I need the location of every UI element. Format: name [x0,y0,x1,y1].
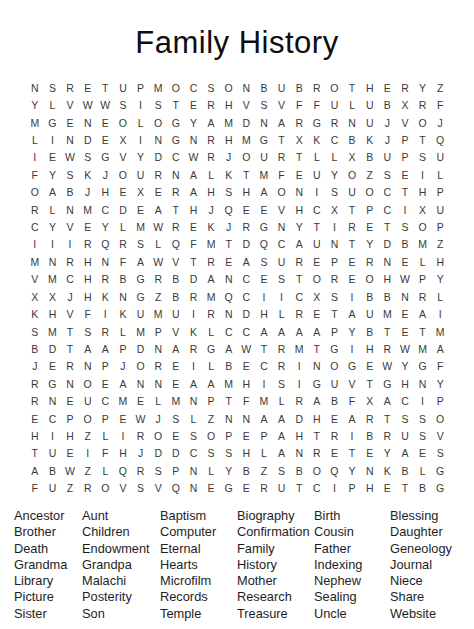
grid-cell-r9c2: Y [44,218,62,235]
grid-cell-r9c22: S [396,218,414,235]
grid-cell-r3c19: N [343,114,361,131]
word-item: Hearts [160,557,237,573]
grid-cell-r7c18: S [326,183,344,200]
grid-cell-r18c11: A [202,375,220,392]
grid-cell-r3c2: G [44,114,62,131]
grid-cell-r6c15: F [273,166,291,183]
grid-cell-r21c24: V [431,427,449,444]
grid-cell-r10c20: Y [361,236,379,253]
grid-cell-r19c3: E [61,392,79,409]
grid-cell-r18c14: I [255,375,273,392]
grid-cell-r6c14: M [255,166,273,183]
grid-cell-r3c4: N [79,114,97,131]
word-list: AncestorBrotherDeathGrandmaLibraryPictur… [14,508,466,622]
grid-cell-r17c4: N [79,358,97,375]
grid-cell-r23c2: B [44,462,62,479]
grid-cell-r1c19: T [343,79,361,96]
grid-cell-r8c4: M [79,201,97,218]
grid-cell-r12c3: C [61,271,79,288]
word-item: Website [390,606,466,622]
grid-cell-r19c18: B [326,392,344,409]
grid-cell-r15c24: M [431,323,449,340]
grid-cell-r16c8: N [149,340,167,357]
word-item: Uncle [314,606,390,622]
word-item: Blessing [390,508,466,524]
word-item: Aunt [82,508,160,524]
grid-cell-r12c9: B [167,271,185,288]
word-item: Treasure [237,606,314,622]
grid-cell-r3c5: E [97,114,115,131]
grid-cell-r2c6: S [114,96,132,113]
grid-cell-r17c10: I [185,358,203,375]
grid-cell-r18c16: I [290,375,308,392]
grid-cell-r8c17: C [308,201,326,218]
grid-cell-r15c20: B [361,323,379,340]
grid-cell-r9c17: T [308,218,326,235]
grid-cell-r18c8: N [149,375,167,392]
grid-cell-r7c2: A [44,183,62,200]
grid-cell-r24c5: O [97,480,115,497]
grid-cell-r23c7: R [132,462,150,479]
word-item: Grandma [14,557,82,573]
grid-cell-r1c21: E [379,79,397,96]
grid-cell-r5c8: D [149,149,167,166]
grid-cell-r12c5: R [97,271,115,288]
grid-cell-r9c18: I [326,218,344,235]
word-item: Niece [390,573,466,589]
word-item: Computer [160,524,237,540]
grid-cell-r3c17: G [308,114,326,131]
grid-cell-r24c16: T [290,480,308,497]
grid-cell-r14c19: A [343,305,361,322]
grid-cell-r18c19: V [343,375,361,392]
grid-cell-r23c24: G [431,462,449,479]
grid-cell-r4c15: T [273,131,291,148]
grid-cell-r5c4: S [79,149,97,166]
grid-cell-r16c9: A [167,340,185,357]
grid-cell-r14c9: U [167,305,185,322]
grid-cell-r20c1: E [26,410,44,427]
grid-cell-r8c24: U [431,201,449,218]
grid-cell-r11c1: M [26,253,44,270]
grid-cell-r20c3: P [61,410,79,427]
grid-cell-r14c3: V [61,305,79,322]
grid-cell-r5c24: U [431,149,449,166]
grid-cell-r22c18: E [326,445,344,462]
grid-cell-r5c6: V [114,149,132,166]
grid-cell-r17c9: E [167,358,185,375]
grid-cell-r9c20: E [361,218,379,235]
grid-cell-r14c17: E [308,305,326,322]
grid-cell-r4c24: Q [431,131,449,148]
grid-cell-r2c20: U [361,96,379,113]
grid-cell-r15c23: T [414,323,432,340]
grid-cell-r16c3: T [61,340,79,357]
grid-cell-r7c3: B [61,183,79,200]
grid-cell-r2c8: S [149,96,167,113]
grid-cell-r13c13: C [238,288,256,305]
grid-cell-r16c6: P [114,340,132,357]
grid-cell-r9c6: L [114,218,132,235]
grid-cell-r7c22: T [396,183,414,200]
grid-cell-r5c16: T [290,149,308,166]
grid-cell-r9c23: O [414,218,432,235]
grid-cell-r5c13: O [238,149,256,166]
grid-cell-r10c2: I [44,236,62,253]
grid-cell-r22c6: H [114,445,132,462]
grid-cell-r12c2: M [44,271,62,288]
grid-cell-r22c9: D [167,445,185,462]
grid-cell-r22c16: N [290,445,308,462]
grid-cell-r10c1: I [26,236,44,253]
grid-cell-r20c6: E [114,410,132,427]
grid-cell-r16c22: W [396,340,414,357]
grid-cell-r3c6: O [114,114,132,131]
grid-cell-r7c23: H [414,183,432,200]
grid-cell-r8c16: H [290,201,308,218]
grid-cell-r3c15: A [273,114,291,131]
grid-cell-r14c15: L [273,305,291,322]
grid-cell-r2c7: I [132,96,150,113]
grid-cell-r19c12: T [220,392,238,409]
grid-cell-r2c17: F [308,96,326,113]
word-item: Microfilm [160,573,237,589]
grid-cell-r8c15: V [273,201,291,218]
grid-cell-r12c10: D [185,271,203,288]
grid-cell-r5c9: C [167,149,185,166]
grid-cell-r22c20: E [361,445,379,462]
grid-cell-r20c12: N [220,410,238,427]
grid-cell-r20c16: D [290,410,308,427]
grid-cell-r19c22: C [396,392,414,409]
grid-cell-r10c22: B [396,236,414,253]
grid-cell-r19c8: L [149,392,167,409]
grid-cell-r11c4: H [79,253,97,270]
word-list-column: AncestorBrotherDeathGrandmaLibraryPictur… [14,508,82,622]
grid-cell-r11c10: T [185,253,203,270]
grid-cell-r13c11: M [202,288,220,305]
grid-cell-r8c12: Q [220,201,238,218]
grid-cell-r8c13: E [238,201,256,218]
grid-cell-r18c4: O [79,375,97,392]
grid-cell-r8c9: T [167,201,185,218]
grid-cell-r17c22: Y [396,358,414,375]
grid-cell-r17c8: R [149,358,167,375]
grid-cell-r4c21: J [379,131,397,148]
grid-cell-r18c22: H [396,375,414,392]
grid-cell-r19c16: R [290,392,308,409]
word-item: Endowment [82,541,160,557]
grid-cell-r19c21: A [379,392,397,409]
grid-cell-r3c3: E [61,114,79,131]
word-item: Nephew [314,573,390,589]
grid-cell-r1c6: U [114,79,132,96]
grid-cell-r2c1: Y [26,96,44,113]
grid-cell-r9c15: N [273,218,291,235]
grid-cell-r5c21: U [379,149,397,166]
grid-cell-r7c4: J [79,183,97,200]
grid-cell-r17c12: B [220,358,238,375]
grid-cell-r22c17: R [308,445,326,462]
grid-cell-r8c23: X [414,201,432,218]
grid-cell-r22c8: D [149,445,167,462]
grid-cell-r1c1: N [26,79,44,96]
grid-cell-r1c8: M [149,79,167,96]
grid-cell-r11c13: A [238,253,256,270]
grid-cell-r22c19: T [343,445,361,462]
grid-cell-r15c13: C [238,323,256,340]
grid-cell-r23c21: K [379,462,397,479]
grid-cell-r17c1: J [26,358,44,375]
grid-cell-r20c11: Z [202,410,220,427]
grid-cell-r22c22: A [396,445,414,462]
grid-cell-r7c13: H [238,183,256,200]
grid-cell-r5c19: X [343,149,361,166]
grid-cell-r9c19: R [343,218,361,235]
grid-cell-r15c7: M [132,323,150,340]
grid-cell-r18c20: T [361,375,379,392]
grid-cell-r10c17: U [308,236,326,253]
grid-cell-r23c16: B [290,462,308,479]
grid-cell-r9c4: E [79,218,97,235]
grid-cell-r5c17: L [308,149,326,166]
word-item: Sister [14,606,82,622]
grid-cell-r19c1: R [26,392,44,409]
grid-cell-r20c21: T [379,410,397,427]
grid-cell-r19c6: M [114,392,132,409]
grid-cell-r11c16: R [290,253,308,270]
grid-cell-r13c21: B [379,288,397,305]
grid-cell-r3c11: A [202,114,220,131]
grid-cell-r5c5: G [97,149,115,166]
grid-cell-r11c2: N [44,253,62,270]
grid-cell-r8c7: E [132,201,150,218]
grid-cell-r15c22: E [396,323,414,340]
grid-cell-r16c24: A [431,340,449,357]
grid-cell-r22c10: C [185,445,203,462]
grid-cell-r2c5: W [97,96,115,113]
grid-cell-r1c4: E [79,79,97,96]
grid-cell-r12c6: B [114,271,132,288]
grid-cell-r19c14: M [255,392,273,409]
grid-cell-r5c10: W [185,149,203,166]
grid-cell-r14c22: E [396,305,414,322]
grid-cell-r13c20: B [361,288,379,305]
grid-cell-r19c7: E [132,392,150,409]
word-item: Confirmation [237,524,314,540]
word-search-page: Family History NSRETUPMOCSONBUBROTHERYZY… [0,0,474,629]
grid-cell-r3c16: R [290,114,308,131]
grid-cell-r21c18: R [326,427,344,444]
word-item: Grandpa [82,557,160,573]
grid-cell-r4c6: X [114,131,132,148]
grid-cell-r2c11: R [202,96,220,113]
grid-cell-r17c23: G [414,358,432,375]
grid-cell-r14c12: N [220,305,238,322]
grid-cell-r6c18: Y [326,166,344,183]
grid-cell-r4c12: H [220,131,238,148]
grid-cell-r9c21: T [379,218,397,235]
grid-cell-r4c2: I [44,131,62,148]
grid-cell-r1c11: S [202,79,220,96]
grid-cell-r5c12: J [220,149,238,166]
grid-cell-r10c16: A [290,236,308,253]
grid-cell-r24c14: R [255,480,273,497]
grid-cell-r21c7: R [132,427,150,444]
grid-cell-r2c22: X [396,96,414,113]
grid-cell-r18c6: A [114,375,132,392]
grid-cell-r7c8: E [149,183,167,200]
grid-cell-r12c16: T [290,271,308,288]
grid-cell-r11c24: H [431,253,449,270]
grid-cell-r15c3: T [61,323,79,340]
grid-cell-r14c18: T [326,305,344,322]
grid-cell-r16c12: A [220,340,238,357]
grid-cell-r12c8: R [149,271,167,288]
grid-cell-r14c24: I [431,305,449,322]
grid-cell-r14c1: K [26,305,44,322]
grid-cell-r23c22: B [396,462,414,479]
grid-cell-r24c4: R [79,480,97,497]
grid-cell-r17c13: E [238,358,256,375]
grid-cell-r7c24: P [431,183,449,200]
grid-cell-r8c2: L [44,201,62,218]
grid-cell-r17c14: C [255,358,273,375]
grid-cell-r6c5: J [97,166,115,183]
grid-cell-r12c18: R [326,271,344,288]
grid-cell-r16c19: I [343,340,361,357]
grid-cell-r24c24: G [431,480,449,497]
puzzle-title: Family History [0,25,474,61]
grid-cell-r11c20: R [361,253,379,270]
grid-cell-r16c16: M [290,340,308,357]
grid-cell-r11c11: R [202,253,220,270]
grid-cell-r4c11: R [202,131,220,148]
grid-cell-r12c13: C [238,271,256,288]
grid-cell-r9c7: M [132,218,150,235]
grid-cell-r1c10: C [185,79,203,96]
grid-cell-r20c23: S [414,410,432,427]
grid-cell-r10c3: I [61,236,79,253]
grid-cell-r4c14: G [255,131,273,148]
grid-cell-r19c2: N [44,392,62,409]
grid-cell-r21c2: I [44,427,62,444]
grid-cell-r9c10: E [185,218,203,235]
grid-cell-r10c8: L [149,236,167,253]
grid-cell-r3c24: J [431,114,449,131]
grid-cell-r16c14: T [255,340,273,357]
word-list-column: AuntChildrenEndowmentGrandpaMalachiPoste… [82,508,160,622]
grid-cell-r21c15: A [273,427,291,444]
grid-cell-r21c21: R [379,427,397,444]
grid-cell-r15c14: A [255,323,273,340]
grid-cell-r9c11: K [202,218,220,235]
grid-cell-r6c1: F [26,166,44,183]
grid-cell-r4c19: B [343,131,361,148]
grid-cell-r24c8: V [149,480,167,497]
grid-cell-r7c19: U [343,183,361,200]
grid-cell-r23c23: L [414,462,432,479]
grid-cell-r2c2: L [44,96,62,113]
grid-cell-r17c19: G [343,358,361,375]
grid-cell-r18c15: S [273,375,291,392]
grid-cell-r14c16: R [290,305,308,322]
grid-cell-r7c6: E [114,183,132,200]
word-list-column: BlessingDaughterGeneologyJournalNieceSha… [390,508,466,622]
grid-cell-r2c4: W [79,96,97,113]
grid-cell-r15c1: S [26,323,44,340]
word-item: Brother [14,524,82,540]
grid-cell-r24c13: E [238,480,256,497]
grid-cell-r2c10: E [185,96,203,113]
word-item: Son [82,606,160,622]
grid-cell-r16c23: M [414,340,432,357]
word-list-column: BiographyConfirmationFamilyHistoryMother… [237,508,314,622]
grid-cell-r24c6: V [114,480,132,497]
grid-cell-r10c18: N [326,236,344,253]
grid-cell-r14c11: R [202,305,220,322]
grid-cell-r16c2: D [44,340,62,357]
grid-cell-r6c10: A [185,166,203,183]
grid-cell-r16c13: W [238,340,256,357]
grid-cell-r22c11: S [202,445,220,462]
grid-cell-r7c5: H [97,183,115,200]
grid-cell-r18c2: G [44,375,62,392]
grid-cell-r13c1: X [26,288,44,305]
grid-cell-r18c21: G [379,375,397,392]
grid-cell-r22c15: A [273,445,291,462]
grid-cell-r15c4: S [79,323,97,340]
grid-cell-r10c15: C [273,236,291,253]
grid-cell-r18c12: M [220,375,238,392]
grid-cell-r15c5: R [97,323,115,340]
grid-cell-r13c19: I [343,288,361,305]
grid-cell-r24c7: S [132,480,150,497]
grid-cell-r18c18: U [326,375,344,392]
grid-cell-r4c3: N [61,131,79,148]
grid-cell-r21c14: P [255,427,273,444]
grid-cell-r9c14: G [255,218,273,235]
grid-cell-r21c13: E [238,427,256,444]
grid-cell-r18c10: A [185,375,203,392]
grid-cell-r15c2: M [44,323,62,340]
grid-cell-r11c8: W [149,253,167,270]
grid-cell-r12c1: V [26,271,44,288]
grid-cell-r7c16: N [290,183,308,200]
word-item: Journal [390,557,466,573]
grid-cell-r2c16: F [290,96,308,113]
grid-cell-r20c9: S [167,410,185,427]
grid-cell-r23c17: O [308,462,326,479]
grid-cell-r13c17: X [308,288,326,305]
grid-cell-r11c7: A [132,253,150,270]
grid-cell-r22c4: I [79,445,97,462]
grid-cell-r13c18: S [326,288,344,305]
grid-cell-r3c1: M [26,114,44,131]
grid-cell-r15c19: Y [343,323,361,340]
grid-cell-r18c17: G [308,375,326,392]
grid-cell-r19c4: U [79,392,97,409]
grid-cell-r18c3: N [61,375,79,392]
grid-cell-r7c10: A [185,183,203,200]
grid-cell-r24c3: Z [61,480,79,497]
grid-cell-r4c4: D [79,131,97,148]
word-list-column: BaptismComputerEternalHeartsMicrofilmRec… [160,508,237,622]
grid-cell-r14c14: H [255,305,273,322]
grid-cell-r6c6: O [114,166,132,183]
grid-cell-r16c17: T [308,340,326,357]
grid-cell-r12c11: A [202,271,220,288]
